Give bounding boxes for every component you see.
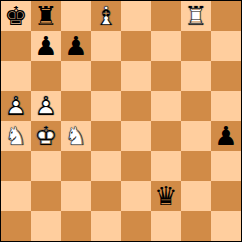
square-a3[interactable]	[1, 151, 31, 181]
square-a4[interactable]: ♞♘	[1, 121, 31, 151]
white-piece-outline: ♙	[31, 91, 61, 121]
white-piece-outline: ♙	[1, 91, 31, 121]
square-f1[interactable]	[151, 211, 181, 241]
black-rook: ♜	[31, 1, 61, 31]
square-g2[interactable]	[181, 181, 211, 211]
square-g7[interactable]	[181, 31, 211, 61]
square-d8[interactable]: ♝♗	[91, 1, 121, 31]
square-g5[interactable]	[181, 91, 211, 121]
square-e5[interactable]	[121, 91, 151, 121]
square-b8[interactable]: ♜	[31, 1, 61, 31]
square-h5[interactable]	[211, 91, 241, 121]
square-g1[interactable]	[181, 211, 211, 241]
square-f6[interactable]	[151, 61, 181, 91]
square-d6[interactable]	[91, 61, 121, 91]
square-g6[interactable]	[181, 61, 211, 91]
square-e2[interactable]	[121, 181, 151, 211]
square-h4[interactable]: ♟	[211, 121, 241, 151]
black-piece-glyph: ♜	[31, 1, 61, 31]
square-a8[interactable]: ♚	[1, 1, 31, 31]
square-a5[interactable]: ♟♙	[1, 91, 31, 121]
square-b6[interactable]	[31, 61, 61, 91]
square-f2[interactable]: ♛	[151, 181, 181, 211]
square-f7[interactable]	[151, 31, 181, 61]
white-pawn: ♟♙	[1, 91, 31, 121]
square-c3[interactable]	[61, 151, 91, 181]
square-h6[interactable]	[211, 61, 241, 91]
square-f3[interactable]	[151, 151, 181, 181]
square-f4[interactable]	[151, 121, 181, 151]
black-piece-glyph: ♚	[1, 1, 31, 31]
square-d5[interactable]	[91, 91, 121, 121]
square-b7[interactable]: ♟	[31, 31, 61, 61]
black-pawn: ♟	[61, 31, 91, 61]
white-piece-outline: ♘	[1, 121, 31, 151]
white-piece-outline: ♘	[61, 121, 91, 151]
square-e4[interactable]	[121, 121, 151, 151]
white-piece-outline: ♗	[91, 1, 121, 31]
square-c8[interactable]	[61, 1, 91, 31]
square-c4[interactable]: ♞♘	[61, 121, 91, 151]
square-g4[interactable]	[181, 121, 211, 151]
square-h1[interactable]	[211, 211, 241, 241]
square-h3[interactable]	[211, 151, 241, 181]
square-a2[interactable]	[1, 181, 31, 211]
square-e3[interactable]	[121, 151, 151, 181]
square-b3[interactable]	[31, 151, 61, 181]
square-b1[interactable]	[31, 211, 61, 241]
black-pawn: ♟	[211, 121, 241, 151]
black-piece-glyph: ♟	[61, 31, 91, 61]
white-piece-outline: ♖	[181, 1, 211, 31]
white-king: ♚♔	[31, 121, 61, 151]
square-h7[interactable]	[211, 31, 241, 61]
square-f5[interactable]	[151, 91, 181, 121]
square-c1[interactable]	[61, 211, 91, 241]
square-h8[interactable]	[211, 1, 241, 31]
square-d4[interactable]	[91, 121, 121, 151]
square-c2[interactable]	[61, 181, 91, 211]
square-e7[interactable]	[121, 31, 151, 61]
square-e8[interactable]	[121, 1, 151, 31]
black-piece-glyph: ♟	[31, 31, 61, 61]
white-bishop: ♝♗	[91, 1, 121, 31]
white-knight: ♞♘	[61, 121, 91, 151]
square-c7[interactable]: ♟	[61, 31, 91, 61]
white-piece-outline: ♔	[31, 121, 61, 151]
square-e1[interactable]	[121, 211, 151, 241]
white-rook: ♜♖	[181, 1, 211, 31]
white-knight: ♞♘	[1, 121, 31, 151]
square-b4[interactable]: ♚♔	[31, 121, 61, 151]
chess-board-frame: ♚♜♝♗♜♖♟♟♟♙♟♙♞♘♚♔♞♘♟♛	[0, 0, 242, 242]
chess-board: ♚♜♝♗♜♖♟♟♟♙♟♙♞♘♚♔♞♘♟♛	[1, 1, 241, 241]
square-g3[interactable]	[181, 151, 211, 181]
black-pawn: ♟	[31, 31, 61, 61]
black-piece-glyph: ♛	[151, 181, 181, 211]
square-f8[interactable]	[151, 1, 181, 31]
square-d7[interactable]	[91, 31, 121, 61]
square-g8[interactable]: ♜♖	[181, 1, 211, 31]
white-pawn: ♟♙	[31, 91, 61, 121]
square-d2[interactable]	[91, 181, 121, 211]
square-a7[interactable]	[1, 31, 31, 61]
square-a6[interactable]	[1, 61, 31, 91]
square-c6[interactable]	[61, 61, 91, 91]
black-king: ♚	[1, 1, 31, 31]
square-b2[interactable]	[31, 181, 61, 211]
square-a1[interactable]	[1, 211, 31, 241]
square-b5[interactable]: ♟♙	[31, 91, 61, 121]
square-d3[interactable]	[91, 151, 121, 181]
square-d1[interactable]	[91, 211, 121, 241]
black-piece-glyph: ♟	[211, 121, 241, 151]
square-h2[interactable]	[211, 181, 241, 211]
square-c5[interactable]	[61, 91, 91, 121]
square-e6[interactable]	[121, 61, 151, 91]
black-queen: ♛	[151, 181, 181, 211]
